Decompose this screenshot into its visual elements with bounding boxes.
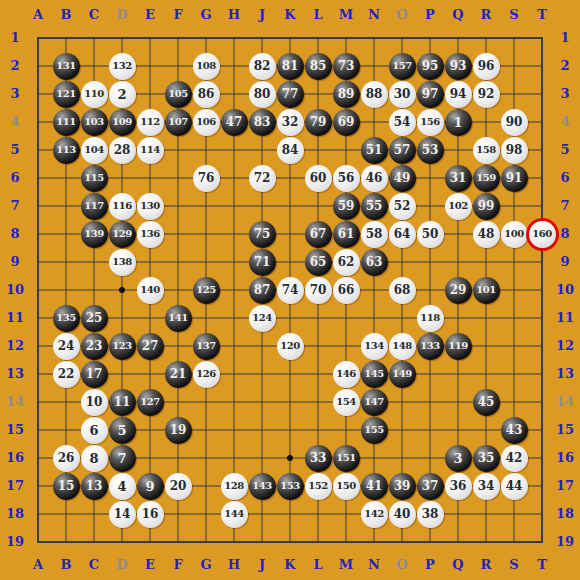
stone-black-97-P3[interactable]: 97 [417,81,444,108]
column-bottom-label-S: S [500,557,528,573]
stone-black-157-O2[interactable]: 157 [389,53,416,80]
stone-white-42-S16[interactable]: 42 [501,445,528,472]
stone-black-21-F13[interactable]: 21 [165,361,192,388]
row-left-label-10: 10 [1,282,29,298]
row-right-label-10: 10 [551,282,579,298]
stone-black-99-R7[interactable]: 99 [473,193,500,220]
stone-white-10-C14[interactable]: 10 [81,389,108,416]
stone-white-110-C3[interactable]: 110 [81,81,108,108]
stone-white-142-N18[interactable]: 142 [361,501,388,528]
go-board-grid[interactable]: 1234567891011131415161719202122232425262… [24,24,556,556]
column-top-label-D: D [108,7,136,23]
column-bottom-label-P: P [416,557,444,573]
stone-black-59-M7[interactable]: 59 [333,193,360,220]
stone-black-79-L4[interactable]: 79 [305,109,332,136]
column-bottom-label-H: H [220,557,248,573]
column-bottom-label-O: O [388,557,416,573]
stone-black-87-J10[interactable]: 87 [249,277,276,304]
row-right-label-1: 1 [551,30,579,46]
stone-white-68-O10[interactable]: 68 [389,277,416,304]
row-right-label-15: 15 [551,422,579,438]
stone-black-137-G12[interactable]: 137 [193,333,220,360]
stone-white-44-S17[interactable]: 44 [501,473,528,500]
column-bottom-label-T: T [528,557,556,573]
stone-white-128-H17[interactable]: 128 [221,473,248,500]
stone-black-125-G10[interactable]: 125 [193,277,220,304]
column-bottom-label-C: C [80,557,108,573]
column-bottom-label-B: B [52,557,80,573]
column-bottom-label-G: G [192,557,220,573]
stone-black-9-E17[interactable]: 9 [137,473,164,500]
stone-white-4-D17[interactable]: 4 [109,473,136,500]
stone-white-88-N3[interactable]: 88 [361,81,388,108]
stone-white-20-F17[interactable]: 20 [165,473,192,500]
stone-black-133-P12[interactable]: 133 [417,333,444,360]
stone-black-121-B3[interactable]: 121 [53,81,80,108]
stone-white-82-J2[interactable]: 82 [249,53,276,80]
stone-white-138-D9[interactable]: 138 [109,249,136,276]
stone-black-35-R16[interactable]: 35 [473,445,500,472]
stone-white-94-Q3[interactable]: 94 [445,81,472,108]
stone-white-38-P18[interactable]: 38 [417,501,444,528]
stone-white-106-G4[interactable]: 106 [193,109,220,136]
stone-white-52-O7[interactable]: 52 [389,193,416,220]
column-top-label-B: B [52,7,80,23]
stone-white-26-B16[interactable]: 26 [53,445,80,472]
stone-black-19-F15[interactable]: 19 [165,417,192,444]
stone-black-103-C4[interactable]: 103 [81,109,108,136]
column-top-label-R: R [472,7,500,23]
column-bottom-label-F: F [164,557,192,573]
stone-white-92-R3[interactable]: 92 [473,81,500,108]
stone-white-24-B12[interactable]: 24 [53,333,80,360]
stone-black-13-C17[interactable]: 13 [81,473,108,500]
stone-black-85-L2[interactable]: 85 [305,53,332,80]
row-right-label-16: 16 [551,450,579,466]
stone-black-57-O5[interactable]: 57 [389,137,416,164]
column-top-label-N: N [360,7,388,23]
row-left-label-17: 17 [1,478,29,494]
column-top-label-H: H [220,7,248,23]
stone-black-93-Q2[interactable]: 93 [445,53,472,80]
stone-black-119-Q12[interactable]: 119 [445,333,472,360]
stone-black-11-D14[interactable]: 11 [109,389,136,416]
stone-black-5-D15[interactable]: 5 [109,417,136,444]
stone-white-154-M14[interactable]: 154 [333,389,360,416]
stone-black-151-M16[interactable]: 151 [333,445,360,472]
stone-black-63-N9[interactable]: 63 [361,249,388,276]
row-left-label-15: 15 [1,422,29,438]
stone-black-67-L8[interactable]: 67 [305,221,332,248]
stone-black-47-H4[interactable]: 47 [221,109,248,136]
row-left-label-13: 13 [1,366,29,382]
stone-black-7-D16[interactable]: 7 [109,445,136,472]
stone-black-135-B11[interactable]: 135 [53,305,80,332]
stone-white-124-J11[interactable]: 124 [249,305,276,332]
stone-black-81-K2[interactable]: 81 [277,53,304,80]
stone-black-147-N14[interactable]: 147 [361,389,388,416]
stone-black-141-F11[interactable]: 141 [165,305,192,332]
stone-black-25-C11[interactable]: 25 [81,305,108,332]
stone-white-66-M10[interactable]: 66 [333,277,360,304]
stone-black-3-Q16[interactable]: 3 [445,445,472,472]
stone-white-136-E8[interactable]: 136 [137,221,164,248]
stone-white-80-J3[interactable]: 80 [249,81,276,108]
stone-white-114-E5[interactable]: 114 [137,137,164,164]
stone-white-126-G13[interactable]: 126 [193,361,220,388]
stone-black-43-S15[interactable]: 43 [501,417,528,444]
row-left-label-19: 19 [1,534,29,550]
stone-black-1-Q4[interactable]: 1 [445,109,472,136]
row-left-label-12: 12 [1,338,29,354]
stone-white-132-D2[interactable]: 132 [109,53,136,80]
stone-black-65-L9[interactable]: 65 [305,249,332,276]
column-top-label-T: T [528,7,556,23]
stone-white-40-O18[interactable]: 40 [389,501,416,528]
column-bottom-label-R: R [472,557,500,573]
row-right-label-11: 11 [551,310,579,326]
stone-black-29-Q10[interactable]: 29 [445,277,472,304]
row-left-label-16: 16 [1,450,29,466]
stone-black-91-S6[interactable]: 91 [501,165,528,192]
stone-white-146-M13[interactable]: 146 [333,361,360,388]
stone-black-77-K3[interactable]: 77 [277,81,304,108]
row-right-label-5: 5 [551,142,579,158]
stone-black-101-R10[interactable]: 101 [473,277,500,304]
stone-white-56-M6[interactable]: 56 [333,165,360,192]
stone-white-46-N6[interactable]: 46 [361,165,388,192]
stone-white-8-C16[interactable]: 8 [81,445,108,472]
column-top-label-C: C [80,7,108,23]
stone-black-33-L16[interactable]: 33 [305,445,332,472]
stone-white-2-D3[interactable]: 2 [109,81,136,108]
stone-black-73-M2[interactable]: 73 [333,53,360,80]
stone-white-70-L10[interactable]: 70 [305,277,332,304]
column-top-label-L: L [304,7,332,23]
stone-black-159-R6[interactable]: 159 [473,165,500,192]
stone-black-129-D8[interactable]: 129 [109,221,136,248]
stone-white-34-R17[interactable]: 34 [473,473,500,500]
stone-black-31-Q6[interactable]: 31 [445,165,472,192]
stone-black-149-O13[interactable]: 149 [389,361,416,388]
stone-black-127-E14[interactable]: 127 [137,389,164,416]
stone-white-6-C15[interactable]: 6 [81,417,108,444]
stone-white-64-O8[interactable]: 64 [389,221,416,248]
stone-white-62-M9[interactable]: 62 [333,249,360,276]
stone-black-145-N13[interactable]: 145 [361,361,388,388]
stone-black-55-N7[interactable]: 55 [361,193,388,220]
stone-black-51-N5[interactable]: 51 [361,137,388,164]
stone-black-53-P5[interactable]: 53 [417,137,444,164]
column-top-label-M: M [332,7,360,23]
row-right-label-14: 14 [551,394,579,410]
stone-white-100-S8[interactable]: 100 [501,221,528,248]
row-right-label-6: 6 [551,170,579,186]
stone-white-156-P4[interactable]: 156 [417,109,444,136]
stone-white-148-O12[interactable]: 148 [389,333,416,360]
stone-white-50-P8[interactable]: 50 [417,221,444,248]
stone-black-45-R14[interactable]: 45 [473,389,500,416]
row-left-label-18: 18 [1,506,29,522]
row-right-label-3: 3 [551,86,579,102]
row-right-label-19: 19 [551,534,579,550]
stone-black-69-M4[interactable]: 69 [333,109,360,136]
stone-black-143-J17[interactable]: 143 [249,473,276,500]
stone-white-134-N12[interactable]: 134 [361,333,388,360]
row-left-label-5: 5 [1,142,29,158]
column-top-label-J: J [248,7,276,23]
stone-black-27-E12[interactable]: 27 [137,333,164,360]
stone-black-123-D12[interactable]: 123 [109,333,136,360]
stone-white-144-H18[interactable]: 144 [221,501,248,528]
stone-white-22-B13[interactable]: 22 [53,361,80,388]
column-bottom-label-N: N [360,557,388,573]
stone-white-116-D7[interactable]: 116 [109,193,136,220]
stone-white-158-R5[interactable]: 158 [473,137,500,164]
stone-black-71-J9[interactable]: 71 [249,249,276,276]
stone-white-58-N8[interactable]: 58 [361,221,388,248]
column-bottom-label-E: E [136,557,164,573]
stone-white-54-O4[interactable]: 54 [389,109,416,136]
row-left-label-2: 2 [1,58,29,74]
column-bottom-label-Q: Q [444,557,472,573]
column-top-label-P: P [416,7,444,23]
stone-white-48-R8[interactable]: 48 [473,221,500,248]
go-diagram-screen: 1234567891011131415161719202122232425262… [0,0,580,580]
stone-black-109-D4[interactable]: 109 [109,109,136,136]
stone-black-23-C12[interactable]: 23 [81,333,108,360]
stone-white-152-L17[interactable]: 152 [305,473,332,500]
column-top-label-S: S [500,7,528,23]
stone-black-95-P2[interactable]: 95 [417,53,444,80]
stone-white-98-S5[interactable]: 98 [501,137,528,164]
stone-white-118-P11[interactable]: 118 [417,305,444,332]
row-right-label-18: 18 [551,506,579,522]
stone-white-130-E7[interactable]: 130 [137,193,164,220]
row-right-label-12: 12 [551,338,579,354]
row-left-label-4: 4 [1,114,29,130]
row-left-label-7: 7 [1,198,29,214]
stone-white-14-D18[interactable]: 14 [109,501,136,528]
stone-black-131-B2[interactable]: 131 [53,53,80,80]
column-bottom-label-J: J [248,557,276,573]
column-top-label-E: E [136,7,164,23]
row-right-label-9: 9 [551,254,579,270]
stone-white-84-K5[interactable]: 84 [277,137,304,164]
stone-black-49-O6[interactable]: 49 [389,165,416,192]
stone-white-72-J6[interactable]: 72 [249,165,276,192]
row-left-label-8: 8 [1,226,29,242]
stone-black-111-B4[interactable]: 111 [53,109,80,136]
stone-black-89-M3[interactable]: 89 [333,81,360,108]
row-left-label-11: 11 [1,310,29,326]
column-bottom-label-D: D [108,557,136,573]
stone-black-105-F3[interactable]: 105 [165,81,192,108]
row-right-label-2: 2 [551,58,579,74]
stone-white-108-G2[interactable]: 108 [193,53,220,80]
stone-white-74-K10[interactable]: 74 [277,277,304,304]
stone-black-113-B5[interactable]: 113 [53,137,80,164]
stone-black-37-P17[interactable]: 37 [417,473,444,500]
stone-white-140-E10[interactable]: 140 [137,277,164,304]
stone-white-104-C5[interactable]: 104 [81,137,108,164]
row-left-label-9: 9 [1,254,29,270]
column-top-label-Q: Q [444,7,472,23]
column-bottom-label-A: A [24,557,52,573]
stone-white-76-G6[interactable]: 76 [193,165,220,192]
stone-black-115-C6[interactable]: 115 [81,165,108,192]
column-bottom-label-M: M [332,557,360,573]
stone-white-30-O3[interactable]: 30 [389,81,416,108]
stone-white-90-S4[interactable]: 90 [501,109,528,136]
stone-black-41-N17[interactable]: 41 [361,473,388,500]
column-top-label-G: G [192,7,220,23]
stone-white-32-K4[interactable]: 32 [277,109,304,136]
stone-white-96-R2[interactable]: 96 [473,53,500,80]
stone-black-117-C7[interactable]: 117 [81,193,108,220]
stone-black-139-C8[interactable]: 139 [81,221,108,248]
star-point [287,455,293,461]
row-left-label-1: 1 [1,30,29,46]
stone-black-153-K17[interactable]: 153 [277,473,304,500]
row-left-label-3: 3 [1,86,29,102]
column-bottom-label-L: L [304,557,332,573]
stone-black-15-B17[interactable]: 15 [53,473,80,500]
stone-white-36-Q17[interactable]: 36 [445,473,472,500]
row-left-label-6: 6 [1,170,29,186]
column-top-label-O: O [388,7,416,23]
column-top-label-F: F [164,7,192,23]
stone-white-102-Q7[interactable]: 102 [445,193,472,220]
row-right-label-4: 4 [551,114,579,130]
stone-black-107-F4[interactable]: 107 [165,109,192,136]
stone-white-112-E4[interactable]: 112 [137,109,164,136]
stone-white-160-T8[interactable]: 160 [529,221,556,248]
column-bottom-label-K: K [276,557,304,573]
row-right-label-13: 13 [551,366,579,382]
stone-white-60-L6[interactable]: 60 [305,165,332,192]
stone-black-61-M8[interactable]: 61 [333,221,360,248]
row-left-label-14: 14 [1,394,29,410]
stone-black-155-N15[interactable]: 155 [361,417,388,444]
row-right-label-17: 17 [551,478,579,494]
stone-black-83-J4[interactable]: 83 [249,109,276,136]
column-top-label-A: A [24,7,52,23]
stone-white-120-K12[interactable]: 120 [277,333,304,360]
column-top-label-K: K [276,7,304,23]
row-right-label-7: 7 [551,198,579,214]
stone-black-39-O17[interactable]: 39 [389,473,416,500]
stone-black-75-J8[interactable]: 75 [249,221,276,248]
stone-white-16-E18[interactable]: 16 [137,501,164,528]
stone-white-86-G3[interactable]: 86 [193,81,220,108]
star-point [119,287,125,293]
stone-white-28-D5[interactable]: 28 [109,137,136,164]
stone-white-150-M17[interactable]: 150 [333,473,360,500]
stone-black-17-C13[interactable]: 17 [81,361,108,388]
